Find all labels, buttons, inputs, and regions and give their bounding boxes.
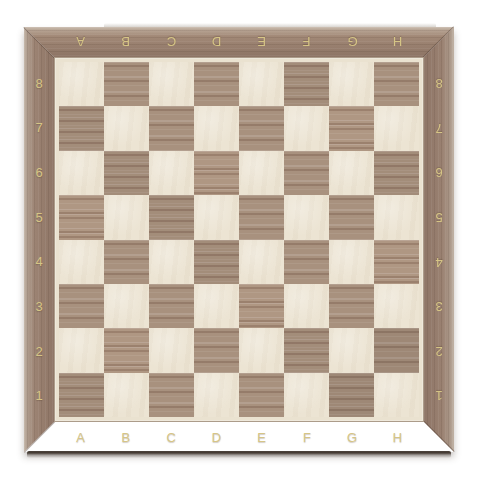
- square-h3[interactable]: [374, 284, 419, 328]
- square-c6[interactable]: [149, 151, 194, 195]
- square-h2[interactable]: [374, 328, 419, 372]
- square-h7[interactable]: [374, 106, 419, 150]
- board-frame-top: [24, 27, 454, 57]
- square-f5[interactable]: [284, 195, 329, 239]
- square-g3[interactable]: [329, 284, 374, 328]
- square-c8[interactable]: [149, 62, 194, 106]
- square-f8[interactable]: [284, 62, 329, 106]
- square-d4[interactable]: [194, 240, 239, 284]
- chess-board: ABCDEFGH ABCDEFGH 87654321 87654321: [24, 27, 454, 452]
- square-h8[interactable]: [374, 62, 419, 106]
- square-b1[interactable]: [104, 373, 149, 417]
- square-e3[interactable]: [239, 284, 284, 328]
- square-h1[interactable]: [374, 373, 419, 417]
- square-b5[interactable]: [104, 195, 149, 239]
- board-back-edge: [104, 23, 436, 27]
- square-f7[interactable]: [284, 106, 329, 150]
- square-e7[interactable]: [239, 106, 284, 150]
- square-g1[interactable]: [329, 373, 374, 417]
- square-a4[interactable]: [59, 240, 104, 284]
- square-f1[interactable]: [284, 373, 329, 417]
- square-b2[interactable]: [104, 328, 149, 372]
- square-e6[interactable]: [239, 151, 284, 195]
- square-g2[interactable]: [329, 328, 374, 372]
- playing-field: [54, 57, 424, 422]
- square-e5[interactable]: [239, 195, 284, 239]
- square-b3[interactable]: [104, 284, 149, 328]
- square-a5[interactable]: [59, 195, 104, 239]
- square-d3[interactable]: [194, 284, 239, 328]
- square-d1[interactable]: [194, 373, 239, 417]
- square-c5[interactable]: [149, 195, 194, 239]
- square-c2[interactable]: [149, 328, 194, 372]
- square-a6[interactable]: [59, 151, 104, 195]
- board-frame-bottom: [24, 422, 454, 452]
- square-e2[interactable]: [239, 328, 284, 372]
- square-e8[interactable]: [239, 62, 284, 106]
- square-f4[interactable]: [284, 240, 329, 284]
- square-g4[interactable]: [329, 240, 374, 284]
- square-f2[interactable]: [284, 328, 329, 372]
- board-frame-right: [424, 27, 454, 452]
- square-b7[interactable]: [104, 106, 149, 150]
- square-a7[interactable]: [59, 106, 104, 150]
- square-g6[interactable]: [329, 151, 374, 195]
- square-c1[interactable]: [149, 373, 194, 417]
- square-a3[interactable]: [59, 284, 104, 328]
- square-b6[interactable]: [104, 151, 149, 195]
- square-b8[interactable]: [104, 62, 149, 106]
- board-frame-left: [24, 27, 54, 452]
- square-h6[interactable]: [374, 151, 419, 195]
- square-e1[interactable]: [239, 373, 284, 417]
- page-background: { "game": "chess", "position": { "fen": …: [0, 0, 480, 480]
- square-g8[interactable]: [329, 62, 374, 106]
- square-f3[interactable]: [284, 284, 329, 328]
- square-a1[interactable]: [59, 373, 104, 417]
- square-c4[interactable]: [149, 240, 194, 284]
- square-c7[interactable]: [149, 106, 194, 150]
- square-d2[interactable]: [194, 328, 239, 372]
- square-b4[interactable]: [104, 240, 149, 284]
- square-g5[interactable]: [329, 195, 374, 239]
- square-d5[interactable]: [194, 195, 239, 239]
- square-h4[interactable]: [374, 240, 419, 284]
- square-h5[interactable]: [374, 195, 419, 239]
- board-grid: [59, 62, 419, 417]
- square-a2[interactable]: [59, 328, 104, 372]
- square-f6[interactable]: [284, 151, 329, 195]
- square-d7[interactable]: [194, 106, 239, 150]
- square-d8[interactable]: [194, 62, 239, 106]
- square-g7[interactable]: [329, 106, 374, 150]
- square-c3[interactable]: [149, 284, 194, 328]
- square-a8[interactable]: [59, 62, 104, 106]
- square-d6[interactable]: [194, 151, 239, 195]
- square-e4[interactable]: [239, 240, 284, 284]
